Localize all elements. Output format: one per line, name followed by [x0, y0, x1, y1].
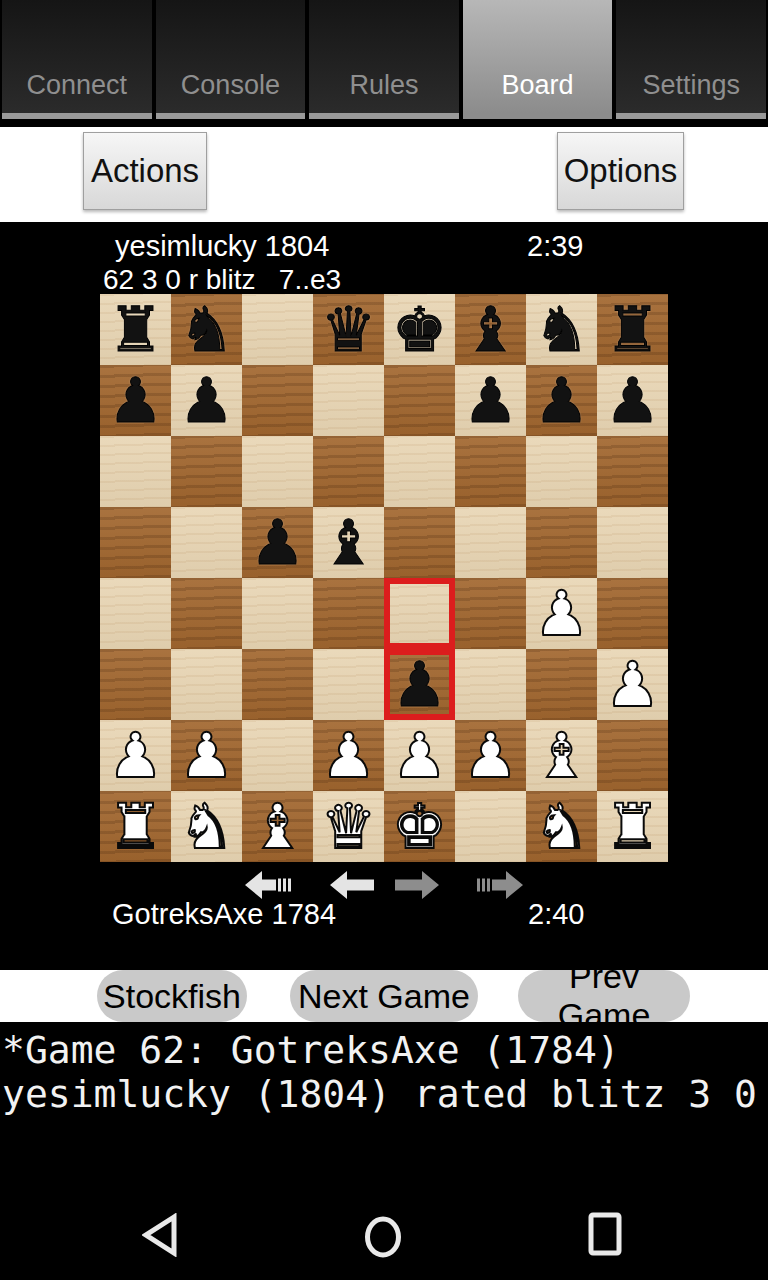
piece-br: ♜ [605, 294, 661, 365]
square-d7[interactable] [313, 365, 384, 436]
next-game-button[interactable]: Next Game [290, 970, 478, 1022]
piece-bp: ♟ [605, 365, 661, 436]
home-icon[interactable] [364, 1216, 402, 1258]
piece-wn: ♞ [534, 791, 590, 862]
square-h3[interactable]: ♟ [597, 649, 668, 720]
piece-bb: ♝ [321, 507, 377, 578]
square-a6[interactable] [100, 436, 171, 507]
tab-console-label: Console [181, 70, 280, 101]
square-b6[interactable] [171, 436, 242, 507]
console-output: *Game 62: GotreksAxe (1784) yesimlucky (… [0, 1022, 768, 1152]
step-forward-icon[interactable] [393, 870, 439, 900]
square-f6[interactable] [455, 436, 526, 507]
square-d8[interactable]: ♛ [313, 294, 384, 365]
piece-wp: ♟ [605, 649, 661, 720]
piece-wr: ♜ [108, 791, 164, 862]
options-button[interactable]: Options [557, 132, 684, 210]
step-back-icon[interactable] [330, 870, 376, 900]
game-info-line: 62 3 0 r blitz 7..e3 [103, 264, 341, 296]
tab-board[interactable]: Board [463, 0, 613, 119]
piece-bp: ♟ [392, 649, 448, 720]
piece-wp: ♟ [179, 720, 235, 791]
console-line: yesimlucky (1804) rated blitz 3 0 [2, 1072, 757, 1116]
piece-bb: ♝ [463, 294, 519, 365]
piece-wb: ♝ [250, 791, 306, 862]
square-g8[interactable]: ♞ [526, 294, 597, 365]
tab-settings-label: Settings [642, 70, 740, 101]
android-nav-bar [0, 1152, 768, 1280]
square-a8[interactable]: ♜ [100, 294, 171, 365]
piece-bq: ♛ [321, 294, 377, 365]
square-h7[interactable]: ♟ [597, 365, 668, 436]
piece-bp: ♟ [179, 365, 235, 436]
square-a5[interactable] [100, 507, 171, 578]
piece-wp: ♟ [534, 578, 590, 649]
square-b7[interactable]: ♟ [171, 365, 242, 436]
tab-rules-label: Rules [349, 70, 418, 101]
square-g7[interactable]: ♟ [526, 365, 597, 436]
square-e5[interactable] [384, 507, 455, 578]
square-b5[interactable] [171, 507, 242, 578]
square-e6[interactable] [384, 436, 455, 507]
square-e7[interactable] [384, 365, 455, 436]
skip-forward-icon[interactable] [477, 870, 523, 900]
piece-bp: ♟ [463, 365, 519, 436]
square-g2[interactable]: ♝ [526, 720, 597, 791]
square-f8[interactable]: ♝ [455, 294, 526, 365]
square-e4[interactable] [384, 578, 455, 649]
tab-settings[interactable]: Settings [616, 0, 766, 119]
square-e3[interactable]: ♟ [384, 649, 455, 720]
square-c1[interactable]: ♝ [242, 791, 313, 862]
actions-button[interactable]: Actions [83, 132, 207, 210]
square-e2[interactable]: ♟ [384, 720, 455, 791]
chess-board: ♜♞♛♚♝♞♜♟♟♟♟♟♟♝♟♟♟♟♟♟♟♟♝♜♞♝♛♚♞♜ [100, 294, 668, 862]
piece-wk: ♚ [392, 791, 448, 862]
square-c5[interactable]: ♟ [242, 507, 313, 578]
square-e8[interactable]: ♚ [384, 294, 455, 365]
app-screen: Connect Console Rules Board Settings Act… [0, 0, 768, 1280]
tab-connect[interactable]: Connect [2, 0, 152, 119]
piece-br: ♜ [108, 294, 164, 365]
square-h8[interactable]: ♜ [597, 294, 668, 365]
square-e1[interactable]: ♚ [384, 791, 455, 862]
recents-icon[interactable] [588, 1212, 622, 1256]
square-f2[interactable]: ♟ [455, 720, 526, 791]
square-d5[interactable]: ♝ [313, 507, 384, 578]
piece-bk: ♚ [392, 294, 448, 365]
square-d2[interactable]: ♟ [313, 720, 384, 791]
square-c6[interactable] [242, 436, 313, 507]
square-g1[interactable]: ♞ [526, 791, 597, 862]
square-f4[interactable] [455, 578, 526, 649]
square-a2[interactable]: ♟ [100, 720, 171, 791]
square-c3[interactable] [242, 649, 313, 720]
piece-wp: ♟ [392, 720, 448, 791]
square-a3[interactable] [100, 649, 171, 720]
piece-bp: ♟ [534, 365, 590, 436]
square-a1[interactable]: ♜ [100, 791, 171, 862]
square-g5[interactable] [526, 507, 597, 578]
square-h6[interactable] [597, 436, 668, 507]
tab-connect-label: Connect [27, 70, 128, 101]
tab-rules[interactable]: Rules [309, 0, 459, 119]
top-player-clock: 2:39 [527, 230, 583, 263]
square-a4[interactable] [100, 578, 171, 649]
piece-bp: ♟ [250, 507, 306, 578]
square-a7[interactable]: ♟ [100, 365, 171, 436]
square-g6[interactable] [526, 436, 597, 507]
piece-wp: ♟ [463, 720, 519, 791]
tab-bar: Connect Console Rules Board Settings [0, 0, 768, 127]
square-d3[interactable] [313, 649, 384, 720]
square-h5[interactable] [597, 507, 668, 578]
tab-console[interactable]: Console [156, 0, 306, 119]
action-button-row: Actions Options [0, 127, 768, 222]
square-g4[interactable]: ♟ [526, 578, 597, 649]
square-h2[interactable] [597, 720, 668, 791]
square-f3[interactable] [455, 649, 526, 720]
square-f7[interactable]: ♟ [455, 365, 526, 436]
square-b8[interactable]: ♞ [171, 294, 242, 365]
top-player-name: yesimlucky 1804 [115, 230, 329, 263]
square-d6[interactable] [313, 436, 384, 507]
square-f5[interactable] [455, 507, 526, 578]
square-c8[interactable] [242, 294, 313, 365]
square-h1[interactable]: ♜ [597, 791, 668, 862]
square-d4[interactable] [313, 578, 384, 649]
piece-bp: ♟ [108, 365, 164, 436]
square-c7[interactable] [242, 365, 313, 436]
square-b2[interactable]: ♟ [171, 720, 242, 791]
piece-wb: ♝ [534, 720, 590, 791]
piece-wr: ♜ [605, 791, 661, 862]
board-section: yesimlucky 1804 2:39 62 3 0 r blitz 7..e… [0, 222, 768, 970]
piece-bn: ♞ [179, 294, 235, 365]
square-f1[interactable] [455, 791, 526, 862]
square-g3[interactable] [526, 649, 597, 720]
square-b1[interactable]: ♞ [171, 791, 242, 862]
bottom-player-clock: 2:40 [528, 898, 584, 931]
console-line: *Game 62: GotreksAxe (1784) [2, 1028, 620, 1072]
prev-game-button[interactable]: Prev Game [518, 970, 690, 1022]
square-d1[interactable]: ♛ [313, 791, 384, 862]
skip-back-icon[interactable] [245, 870, 291, 900]
stockfish-button[interactable]: Stockfish [97, 970, 247, 1022]
square-h4[interactable] [597, 578, 668, 649]
bottom-player-name: GotreksAxe 1784 [112, 898, 336, 931]
square-b3[interactable] [171, 649, 242, 720]
piece-wq: ♛ [321, 791, 377, 862]
tab-board-label: Board [502, 70, 574, 101]
piece-wn: ♞ [179, 791, 235, 862]
square-b4[interactable] [171, 578, 242, 649]
square-c4[interactable] [242, 578, 313, 649]
piece-bn: ♞ [534, 294, 590, 365]
piece-wp: ♟ [108, 720, 164, 791]
back-icon[interactable] [142, 1213, 178, 1257]
square-c2[interactable] [242, 720, 313, 791]
bottom-button-row: Stockfish Next Game Prev Game [0, 970, 768, 1022]
piece-wp: ♟ [321, 720, 377, 791]
